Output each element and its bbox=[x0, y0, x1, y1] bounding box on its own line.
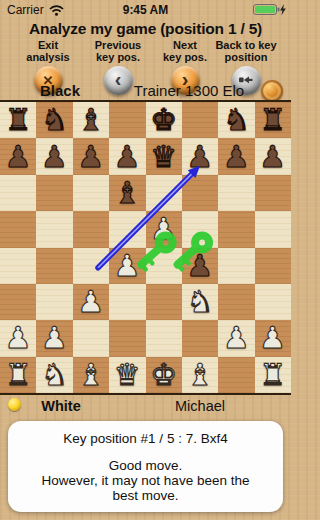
square-d2[interactable] bbox=[109, 320, 145, 356]
square-b6[interactable] bbox=[36, 175, 72, 211]
square-h4[interactable] bbox=[255, 248, 291, 284]
square-h6[interactable] bbox=[255, 175, 291, 211]
square-f7[interactable]: ♟ bbox=[182, 138, 218, 174]
square-g6[interactable] bbox=[218, 175, 254, 211]
square-a4[interactable] bbox=[0, 248, 36, 284]
square-b7[interactable]: ♟ bbox=[36, 138, 72, 174]
square-f8[interactable] bbox=[182, 102, 218, 138]
key-position-panel: Key position #1 / 5 : 7. Bxf4 Good move.… bbox=[8, 421, 283, 512]
square-e6[interactable] bbox=[146, 175, 182, 211]
square-g2[interactable]: ♟ bbox=[218, 320, 254, 356]
square-g1[interactable] bbox=[218, 357, 254, 393]
square-c8[interactable]: ♝ bbox=[73, 102, 109, 138]
square-e7[interactable]: ♛ bbox=[146, 138, 182, 174]
evaluation-line-1: Good move. bbox=[8, 458, 283, 473]
square-e1[interactable]: ♚ bbox=[146, 357, 182, 393]
square-f5[interactable] bbox=[182, 211, 218, 247]
piece-white-pawn: ♟ bbox=[255, 320, 291, 356]
square-d6[interactable]: ♝ bbox=[109, 175, 145, 211]
piece-black-knight: ♞ bbox=[36, 102, 72, 138]
black-player-name: Trainer 1300 Elo bbox=[118, 82, 260, 99]
square-c7[interactable]: ♟ bbox=[73, 138, 109, 174]
piece-black-pawn: ♟ bbox=[182, 138, 218, 174]
previous-key-pos-label-line2: key pos. bbox=[80, 51, 156, 63]
piece-black-rook: ♜ bbox=[255, 102, 291, 138]
square-f4[interactable]: ♟ bbox=[182, 248, 218, 284]
square-b3[interactable] bbox=[36, 284, 72, 320]
square-g8[interactable]: ♞ bbox=[218, 102, 254, 138]
square-h2[interactable]: ♟ bbox=[255, 320, 291, 356]
piece-black-pawn: ♟ bbox=[182, 248, 218, 284]
piece-white-bishop: ♝ bbox=[182, 357, 218, 393]
square-d3[interactable] bbox=[109, 284, 145, 320]
square-a3[interactable] bbox=[0, 284, 36, 320]
bronze-token-icon[interactable] bbox=[261, 80, 283, 102]
status-bar: Carrier 9:45 AM bbox=[0, 0, 291, 20]
square-d1[interactable]: ♛ bbox=[109, 357, 145, 393]
square-f3[interactable]: ♞ bbox=[182, 284, 218, 320]
square-c1[interactable]: ♝ bbox=[73, 357, 109, 393]
clock-time: 9:45 AM bbox=[0, 3, 291, 17]
white-side-label: White bbox=[34, 398, 88, 414]
square-a7[interactable]: ♟ bbox=[0, 138, 36, 174]
square-c4[interactable] bbox=[73, 248, 109, 284]
square-e2[interactable] bbox=[146, 320, 182, 356]
square-h1[interactable]: ♜ bbox=[255, 357, 291, 393]
square-a8[interactable]: ♜ bbox=[0, 102, 36, 138]
square-f6[interactable] bbox=[182, 175, 218, 211]
square-c5[interactable] bbox=[73, 211, 109, 247]
square-f1[interactable]: ♝ bbox=[182, 357, 218, 393]
piece-white-pawn: ♟ bbox=[146, 211, 182, 247]
charging-bolt-icon bbox=[280, 4, 286, 16]
square-b8[interactable]: ♞ bbox=[36, 102, 72, 138]
square-c3[interactable]: ♟ bbox=[73, 284, 109, 320]
square-a2[interactable]: ♟ bbox=[0, 320, 36, 356]
square-d4[interactable]: ♟ bbox=[109, 248, 145, 284]
previous-key-pos-label-line1: Previous bbox=[80, 39, 156, 51]
piece-white-pawn: ♟ bbox=[0, 320, 36, 356]
exit-analysis-label-line2: analysis bbox=[8, 51, 88, 63]
square-h5[interactable] bbox=[255, 211, 291, 247]
piece-white-king: ♚ bbox=[146, 357, 182, 393]
square-b5[interactable] bbox=[36, 211, 72, 247]
piece-black-bishop: ♝ bbox=[73, 102, 109, 138]
piece-black-pawn: ♟ bbox=[0, 138, 36, 174]
piece-black-pawn: ♟ bbox=[109, 138, 145, 174]
square-b2[interactable]: ♟ bbox=[36, 320, 72, 356]
piece-white-rook: ♜ bbox=[0, 357, 36, 393]
square-h8[interactable]: ♜ bbox=[255, 102, 291, 138]
piece-black-bishop: ♝ bbox=[109, 175, 145, 211]
square-d8[interactable] bbox=[109, 102, 145, 138]
piece-black-rook: ♜ bbox=[0, 102, 36, 138]
piece-white-queen: ♛ bbox=[109, 357, 145, 393]
square-d7[interactable]: ♟ bbox=[109, 138, 145, 174]
piece-white-pawn: ♟ bbox=[109, 248, 145, 284]
piece-white-knight: ♞ bbox=[182, 284, 218, 320]
piece-white-pawn: ♟ bbox=[73, 284, 109, 320]
square-g3[interactable] bbox=[218, 284, 254, 320]
square-e3[interactable] bbox=[146, 284, 182, 320]
piece-white-bishop: ♝ bbox=[73, 357, 109, 393]
evaluation-line-3: best move. bbox=[8, 488, 283, 503]
square-f2[interactable] bbox=[182, 320, 218, 356]
key-position-headline: Key position #1 / 5 : 7. Bxf4 bbox=[8, 431, 283, 446]
back-to-key-label-line2: position bbox=[204, 51, 288, 63]
evaluation-line-2: However, it may not have been the bbox=[8, 473, 283, 488]
piece-black-queen: ♛ bbox=[146, 138, 182, 174]
square-b1[interactable]: ♞ bbox=[36, 357, 72, 393]
piece-white-pawn: ♟ bbox=[218, 320, 254, 356]
square-g4[interactable] bbox=[218, 248, 254, 284]
piece-white-knight: ♞ bbox=[36, 357, 72, 393]
square-h7[interactable]: ♟ bbox=[255, 138, 291, 174]
back-to-key-label-line1: Back to key bbox=[204, 39, 288, 51]
exit-analysis-label-line1: Exit bbox=[8, 39, 88, 51]
white-player-name: Michael bbox=[148, 398, 252, 414]
black-side-label: Black bbox=[30, 82, 90, 99]
square-g5[interactable] bbox=[218, 211, 254, 247]
square-a1[interactable]: ♜ bbox=[0, 357, 36, 393]
white-to-move-indicator bbox=[8, 398, 21, 411]
square-c2[interactable] bbox=[73, 320, 109, 356]
square-a5[interactable] bbox=[0, 211, 36, 247]
square-b4[interactable] bbox=[36, 248, 72, 284]
piece-black-pawn: ♟ bbox=[73, 138, 109, 174]
piece-black-knight: ♞ bbox=[218, 102, 254, 138]
piece-black-pawn: ♟ bbox=[255, 138, 291, 174]
square-g7[interactable]: ♟ bbox=[218, 138, 254, 174]
piece-black-pawn: ♟ bbox=[36, 138, 72, 174]
page-title: Analyze my game (position 1 / 5) bbox=[0, 20, 291, 38]
piece-black-king: ♚ bbox=[146, 102, 182, 138]
square-d5[interactable] bbox=[109, 211, 145, 247]
piece-white-rook: ♜ bbox=[255, 357, 291, 393]
piece-black-pawn: ♟ bbox=[218, 138, 254, 174]
battery-icon bbox=[253, 4, 286, 19]
square-a6[interactable] bbox=[0, 175, 36, 211]
square-h3[interactable] bbox=[255, 284, 291, 320]
square-e4[interactable] bbox=[146, 248, 182, 284]
square-e8[interactable]: ♚ bbox=[146, 102, 182, 138]
square-c6[interactable] bbox=[73, 175, 109, 211]
piece-white-pawn: ♟ bbox=[36, 320, 72, 356]
chess-board: ♜♞♝♚♞♜♟♟♟♟♛♟♟♟♝♟♟♟♟♞♟♟♟♟♜♞♝♛♚♝♜ bbox=[0, 100, 291, 395]
square-e5[interactable]: ♟ bbox=[146, 211, 182, 247]
